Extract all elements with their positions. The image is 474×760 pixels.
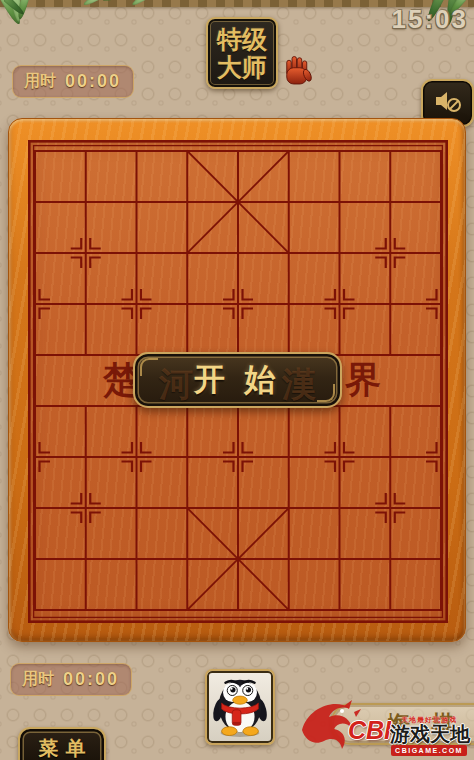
qq-penguin-icon	[209, 671, 271, 743]
timer-label: 用时	[24, 71, 56, 92]
rank-badge-line1: 特级	[217, 25, 267, 53]
menu-button-label: 菜单	[32, 735, 93, 760]
opponent-rank-badge: 特级 大师	[206, 17, 278, 89]
river-char-ghost-right: 漢	[282, 362, 316, 408]
rank-badge-line2: 大师	[217, 53, 267, 81]
river-char-ghost-left: 河	[159, 362, 193, 408]
river-char-jie: 界	[341, 358, 385, 402]
elapsed-timer-top: 用时 00:00	[12, 65, 134, 98]
start-button-label: 开 始	[194, 359, 282, 401]
undo-move-button[interactable]: 悔 棋	[330, 703, 474, 745]
menu-button[interactable]: 菜单	[18, 727, 106, 760]
watermark-url-banner: CBIGAME.COM	[391, 745, 467, 756]
timer-value: 00:00	[63, 669, 119, 690]
elapsed-timer-bottom: 用时 00:00	[10, 663, 132, 696]
player-avatar[interactable]	[205, 669, 275, 745]
status-clock: 15:03	[392, 4, 469, 35]
undo-button-label: 悔 棋	[388, 709, 462, 739]
start-button[interactable]: 河 开 始 漢	[133, 352, 342, 408]
timer-label: 用时	[22, 669, 54, 690]
speaker-muted-icon	[431, 86, 465, 120]
stop-hand-icon	[283, 55, 313, 88]
xiangqi-game-screen: 15:03 特级 大师 用时 00:00	[0, 0, 474, 760]
timer-value: 00:00	[65, 71, 121, 92]
